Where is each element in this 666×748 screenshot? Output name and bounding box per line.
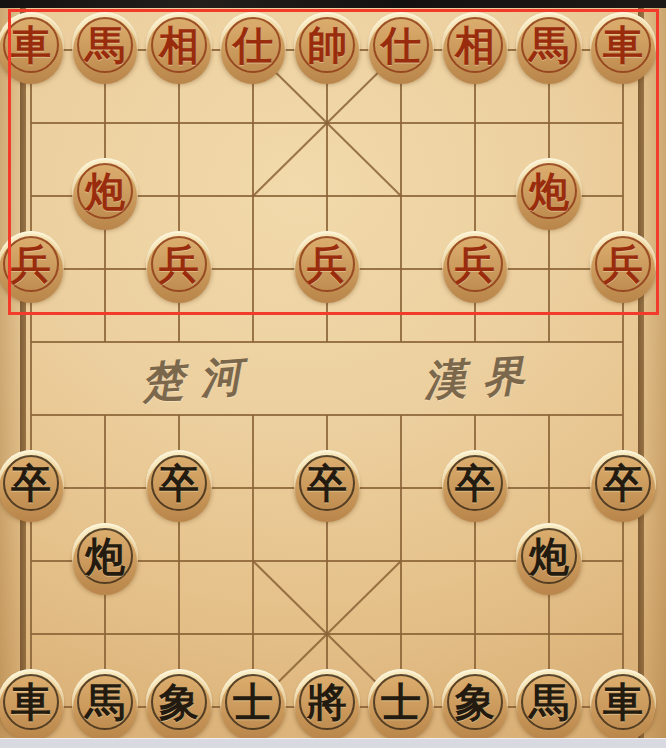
piece-character: 象 xyxy=(455,682,495,722)
piece-character: 仕 xyxy=(381,25,421,65)
piece-character: 炮 xyxy=(529,536,569,576)
piece-character: 馬 xyxy=(529,25,569,65)
piece-red-cannon[interactable]: 炮 xyxy=(72,158,138,224)
pieces-layer[interactable]: 車馬相仕帥仕相馬車炮炮兵兵兵兵兵卒卒卒卒卒炮炮車馬象士將士象馬車 xyxy=(0,0,666,748)
piece-black-horse[interactable]: 馬 xyxy=(72,669,138,735)
piece-character: 兵 xyxy=(455,244,495,284)
piece-red-general[interactable]: 帥 xyxy=(294,12,360,78)
piece-red-soldier[interactable]: 兵 xyxy=(0,231,64,297)
piece-character: 士 xyxy=(233,682,273,722)
piece-character: 士 xyxy=(381,682,421,722)
piece-character: 車 xyxy=(11,25,51,65)
piece-character: 車 xyxy=(603,682,643,722)
piece-character: 兵 xyxy=(11,244,51,284)
bottom-status-bar xyxy=(0,738,666,748)
piece-character: 將 xyxy=(307,682,347,722)
piece-character: 相 xyxy=(455,25,495,65)
piece-black-soldier[interactable]: 卒 xyxy=(294,450,360,516)
piece-character: 卒 xyxy=(11,463,51,503)
piece-red-soldier[interactable]: 兵 xyxy=(146,231,212,297)
piece-red-elephant[interactable]: 相 xyxy=(146,12,212,78)
piece-character: 卒 xyxy=(159,463,199,503)
piece-character: 馬 xyxy=(529,682,569,722)
piece-red-elephant[interactable]: 相 xyxy=(442,12,508,78)
piece-character: 炮 xyxy=(85,171,125,211)
piece-red-chariot[interactable]: 車 xyxy=(590,12,656,78)
piece-character: 兵 xyxy=(603,244,643,284)
piece-red-soldier[interactable]: 兵 xyxy=(294,231,360,297)
piece-character: 象 xyxy=(159,682,199,722)
piece-red-soldier[interactable]: 兵 xyxy=(442,231,508,297)
piece-character: 卒 xyxy=(603,463,643,503)
piece-black-cannon[interactable]: 炮 xyxy=(72,523,138,589)
piece-character: 仕 xyxy=(233,25,273,65)
piece-black-advisor[interactable]: 士 xyxy=(368,669,434,735)
piece-character: 車 xyxy=(11,682,51,722)
piece-black-advisor[interactable]: 士 xyxy=(220,669,286,735)
piece-black-chariot[interactable]: 車 xyxy=(590,669,656,735)
piece-black-soldier[interactable]: 卒 xyxy=(590,450,656,516)
top-black-bar xyxy=(0,0,666,8)
piece-black-soldier[interactable]: 卒 xyxy=(146,450,212,516)
piece-character: 馬 xyxy=(85,25,125,65)
piece-black-chariot[interactable]: 車 xyxy=(0,669,64,735)
piece-character: 車 xyxy=(603,25,643,65)
piece-red-cannon[interactable]: 炮 xyxy=(516,158,582,224)
piece-black-elephant[interactable]: 象 xyxy=(146,669,212,735)
piece-black-cannon[interactable]: 炮 xyxy=(516,523,582,589)
piece-character: 相 xyxy=(159,25,199,65)
piece-character: 帥 xyxy=(307,25,347,65)
piece-character: 炮 xyxy=(85,536,125,576)
piece-character: 卒 xyxy=(455,463,495,503)
piece-black-elephant[interactable]: 象 xyxy=(442,669,508,735)
piece-character: 炮 xyxy=(529,171,569,211)
piece-black-soldier[interactable]: 卒 xyxy=(0,450,64,516)
piece-character: 馬 xyxy=(85,682,125,722)
piece-red-soldier[interactable]: 兵 xyxy=(590,231,656,297)
piece-red-advisor[interactable]: 仕 xyxy=(220,12,286,78)
piece-black-horse[interactable]: 馬 xyxy=(516,669,582,735)
piece-red-advisor[interactable]: 仕 xyxy=(368,12,434,78)
piece-red-chariot[interactable]: 車 xyxy=(0,12,64,78)
piece-red-horse[interactable]: 馬 xyxy=(516,12,582,78)
piece-character: 兵 xyxy=(159,244,199,284)
piece-black-general[interactable]: 將 xyxy=(294,669,360,735)
piece-character: 兵 xyxy=(307,244,347,284)
piece-character: 卒 xyxy=(307,463,347,503)
xiangqi-app-window: 楚河 漢界 車馬相仕帥仕相馬車炮炮兵兵兵兵兵卒卒卒卒卒炮炮車馬象士將士象馬車 xyxy=(0,0,666,748)
piece-red-horse[interactable]: 馬 xyxy=(72,12,138,78)
piece-black-soldier[interactable]: 卒 xyxy=(442,450,508,516)
